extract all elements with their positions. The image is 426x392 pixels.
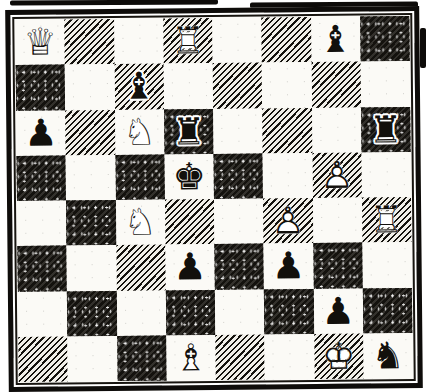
square-c6: ♞♘ xyxy=(115,109,165,155)
square-g3 xyxy=(313,243,363,289)
square-h1: ♞ xyxy=(363,333,413,379)
piece-white-knight: ♞♘ xyxy=(115,109,165,155)
square-a1 xyxy=(18,336,68,382)
square-h4: ♜♖ xyxy=(362,197,412,243)
scan-noise-top-left xyxy=(10,0,218,6)
square-c8 xyxy=(114,18,164,64)
piece-white-rook: ♜♖ xyxy=(362,197,412,243)
square-h3 xyxy=(362,242,412,288)
piece-white-queen: ♛♕ xyxy=(15,19,65,65)
piece-black-knight: ♞ xyxy=(363,333,413,379)
square-e5 xyxy=(214,153,264,199)
square-b6 xyxy=(65,109,115,155)
square-f3: ♟ xyxy=(264,243,314,289)
square-e1 xyxy=(215,334,265,380)
square-g5: ♟♙ xyxy=(312,152,362,198)
square-c5 xyxy=(115,154,165,200)
square-f5 xyxy=(263,153,313,199)
piece-black-pawn: ♟ xyxy=(313,288,363,334)
square-d8: ♜♖ xyxy=(163,18,213,64)
piece-white-pawn: ♟♙ xyxy=(263,198,313,244)
square-c4: ♞♘ xyxy=(116,199,166,245)
piece-white-rook: ♜♖ xyxy=(163,18,213,64)
square-a6: ♟ xyxy=(16,110,66,156)
square-e2 xyxy=(215,289,265,335)
square-f6 xyxy=(262,108,312,154)
piece-black-bishop: ♝ xyxy=(114,64,164,110)
square-h5 xyxy=(361,152,411,198)
board-frame: ♛♕♜♖♝♝♟♞♘♜♜♚♟♙♞♘♟♙♜♖♟♟♟♝♗♚♔♞ xyxy=(5,6,423,392)
square-f1 xyxy=(265,334,315,380)
square-f2 xyxy=(264,289,314,335)
square-d4 xyxy=(165,199,215,245)
square-g2: ♟ xyxy=(313,288,363,334)
piece-white-pawn: ♟♙ xyxy=(312,152,362,198)
scan-noise-right-edge xyxy=(420,28,426,68)
square-b4 xyxy=(66,200,116,246)
square-g6 xyxy=(312,107,362,153)
square-b1 xyxy=(68,336,118,382)
square-a4 xyxy=(17,200,67,246)
scanned-chess-diagram: ♛♕♜♖♝♝♟♞♘♜♜♚♟♙♞♘♟♙♜♖♟♟♟♝♗♚♔♞ xyxy=(0,0,426,392)
square-h6: ♜ xyxy=(361,107,411,153)
square-b2 xyxy=(67,290,117,336)
square-h7 xyxy=(360,61,410,107)
square-b8 xyxy=(65,19,115,65)
piece-white-king: ♚♔ xyxy=(314,333,364,379)
square-c7: ♝ xyxy=(114,64,164,110)
piece-black-rook: ♜ xyxy=(164,109,214,155)
piece-white-bishop: ♝♗ xyxy=(166,335,216,381)
square-a5 xyxy=(17,155,67,201)
square-h2 xyxy=(363,288,413,334)
square-f8 xyxy=(262,17,312,63)
square-b5 xyxy=(66,155,116,201)
square-e7 xyxy=(213,63,263,109)
square-g1: ♚♔ xyxy=(314,333,364,379)
piece-black-bishop: ♝ xyxy=(311,17,361,63)
square-d6: ♜ xyxy=(164,109,214,155)
square-a7 xyxy=(16,65,66,111)
square-g4 xyxy=(312,198,362,244)
piece-black-pawn: ♟ xyxy=(165,244,215,290)
square-e4 xyxy=(214,199,264,245)
square-b7 xyxy=(65,64,115,110)
square-g7 xyxy=(311,62,361,108)
square-g8: ♝ xyxy=(311,17,361,63)
square-f4: ♟♙ xyxy=(263,198,313,244)
piece-black-pawn: ♟ xyxy=(264,243,314,289)
chess-board: ♛♕♜♖♝♝♟♞♘♜♜♚♟♙♞♘♟♙♜♖♟♟♟♝♗♚♔♞ xyxy=(15,16,412,382)
square-c1 xyxy=(117,335,167,381)
square-d7 xyxy=(163,63,213,109)
square-e8 xyxy=(212,18,262,64)
square-a8: ♛♕ xyxy=(15,19,65,65)
square-d3: ♟ xyxy=(165,244,215,290)
square-e6 xyxy=(213,108,263,154)
square-c2 xyxy=(116,290,166,336)
square-d5: ♚ xyxy=(164,154,214,200)
piece-white-knight: ♞♘ xyxy=(116,199,166,245)
square-f7 xyxy=(262,62,312,108)
square-d1: ♝♗ xyxy=(166,335,216,381)
square-h8 xyxy=(360,16,410,62)
piece-black-pawn: ♟ xyxy=(16,110,66,156)
square-d2 xyxy=(166,289,216,335)
square-e3 xyxy=(214,244,264,290)
square-a3 xyxy=(17,246,67,292)
square-a2 xyxy=(18,291,68,337)
square-c3 xyxy=(116,245,166,291)
square-b3 xyxy=(67,245,117,291)
piece-black-rook: ♜ xyxy=(361,107,411,153)
piece-black-king: ♚ xyxy=(164,154,214,200)
